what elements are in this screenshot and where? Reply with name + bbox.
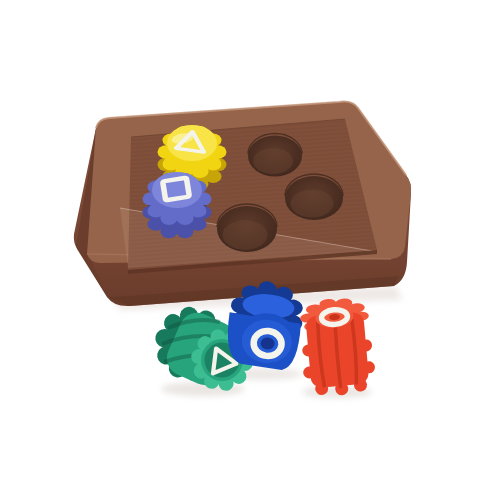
socket-back-right[interactable] (248, 133, 302, 176)
game-board (74, 102, 411, 306)
socket-front-center[interactable] (217, 204, 277, 252)
product-photo (0, 0, 500, 500)
socket-mid-right[interactable] (285, 174, 343, 220)
board-game-scene (0, 0, 500, 500)
piece-purple-square[interactable] (143, 172, 212, 238)
